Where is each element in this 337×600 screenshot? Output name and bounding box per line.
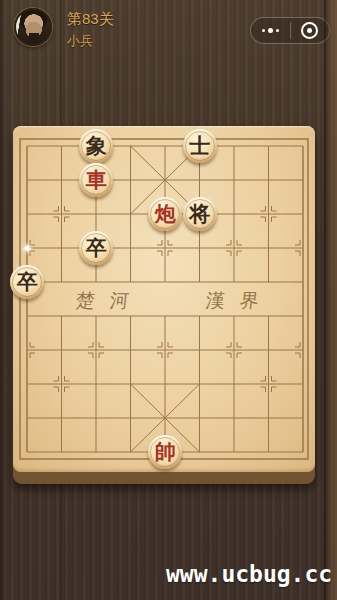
player-avatar[interactable] <box>14 8 52 46</box>
avatar-face <box>29 33 39 42</box>
level-label: 第83关 <box>67 11 114 26</box>
xiangqi-app: 第83关 小兵 楚河 漢界 ✦象士車炮将卒卒帥 锦 15 <box>0 0 337 600</box>
piece-black-卒[interactable]: 卒 <box>10 265 44 299</box>
more-dots-icon <box>262 28 279 33</box>
piece-black-士[interactable]: 士 <box>183 129 217 163</box>
piece-black-将[interactable]: 将 <box>183 197 217 231</box>
piece-layer: ✦象士車炮将卒卒帥 <box>10 129 321 469</box>
piece-red-帥[interactable]: 帥 <box>148 435 182 469</box>
piece-red-炮[interactable]: 炮 <box>148 197 182 231</box>
piece-red-車[interactable]: 車 <box>79 163 113 197</box>
last-move-sparkle: ✦ <box>22 242 33 255</box>
player-name-label: 小兵 <box>67 34 114 47</box>
target-circle-icon <box>301 22 318 39</box>
header-text: 第83关 小兵 <box>67 11 114 47</box>
close-button[interactable] <box>291 18 330 43</box>
header: 第83关 小兵 <box>0 0 337 60</box>
watermark: www.ucbug.cc <box>166 561 337 587</box>
piece-black-卒[interactable]: 卒 <box>79 231 113 265</box>
more-button[interactable] <box>251 18 290 43</box>
piece-black-象[interactable]: 象 <box>79 129 113 163</box>
miniprogram-capsule <box>250 17 330 44</box>
